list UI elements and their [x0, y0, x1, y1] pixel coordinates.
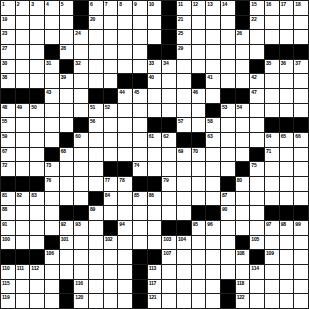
cell-r2c7[interactable]: 20	[89, 16, 103, 30]
cell-r20c11[interactable]: 117	[148, 280, 162, 294]
cell-r14c18[interactable]	[250, 192, 264, 206]
cell-r9c3[interactable]	[30, 118, 44, 132]
cell-r6c13[interactable]	[177, 74, 191, 88]
cell-r4c3[interactable]	[30, 45, 44, 59]
cell-r16c11[interactable]	[148, 221, 162, 235]
cell-r18c19[interactable]: 109	[265, 250, 279, 264]
cell-r3c4[interactable]	[45, 30, 59, 44]
cell-r8c12[interactable]	[162, 104, 176, 118]
cell-r17c6[interactable]	[74, 236, 88, 250]
cell-r21c6[interactable]: 120	[74, 294, 88, 308]
cell-r4c8[interactable]	[104, 45, 118, 59]
cell-r21c1[interactable]: 119	[1, 294, 15, 308]
cell-r21c14[interactable]	[192, 294, 206, 308]
cell-r6c4[interactable]	[45, 74, 59, 88]
cell-r17c7[interactable]	[89, 236, 103, 250]
cell-r5c6[interactable]: 32	[74, 60, 88, 74]
cell-r7c5[interactable]	[60, 89, 74, 103]
cell-r11c21[interactable]	[294, 148, 308, 162]
cell-r19c2[interactable]: 111	[16, 265, 30, 279]
cell-r2c15[interactable]	[206, 16, 220, 30]
cell-r8c13[interactable]	[177, 104, 191, 118]
cell-r13c9[interactable]: 78	[118, 177, 132, 191]
cell-r14c13[interactable]	[177, 192, 191, 206]
cell-r19c13[interactable]	[177, 265, 191, 279]
cell-r6c3[interactable]	[30, 74, 44, 88]
cell-r2c13[interactable]: 21	[177, 16, 191, 30]
cell-r4c10[interactable]	[133, 45, 147, 59]
cell-r7c6[interactable]	[74, 89, 88, 103]
cell-r13c6[interactable]	[74, 177, 88, 191]
cell-r7c15[interactable]	[206, 89, 220, 103]
cell-r3c1[interactable]: 23	[1, 30, 15, 44]
cell-r13c15[interactable]	[206, 177, 220, 191]
cell-r1c13[interactable]: 11	[177, 1, 191, 15]
cell-r12c20[interactable]	[280, 162, 294, 176]
cell-r5c17[interactable]	[236, 60, 250, 74]
cell-r8c18[interactable]	[250, 104, 264, 118]
cell-r12c19[interactable]	[265, 162, 279, 176]
cell-r15c16[interactable]: 90	[221, 206, 235, 220]
cell-r15c10[interactable]	[133, 206, 147, 220]
cell-r12c12[interactable]	[162, 162, 176, 176]
cell-r17c10[interactable]	[133, 236, 147, 250]
cell-r8c11[interactable]	[148, 104, 162, 118]
cell-r21c2[interactable]	[16, 294, 30, 308]
cell-r16c21[interactable]: 99	[294, 221, 308, 235]
cell-r8c16[interactable]: 53	[221, 104, 235, 118]
cell-r8c3[interactable]: 50	[30, 104, 44, 118]
cell-r14c10[interactable]: 85	[133, 192, 147, 206]
cell-r20c20[interactable]	[280, 280, 294, 294]
cell-r16c4[interactable]	[45, 221, 59, 235]
cell-r9c10[interactable]	[133, 118, 147, 132]
cell-r19c15[interactable]	[206, 265, 220, 279]
cell-r13c7[interactable]	[89, 177, 103, 191]
cell-r5c10[interactable]	[133, 60, 147, 74]
cell-r5c3[interactable]	[30, 60, 44, 74]
cell-r7c11[interactable]	[148, 89, 162, 103]
cell-r14c15[interactable]	[206, 192, 220, 206]
cell-r4c18[interactable]	[250, 45, 264, 59]
cell-r11c13[interactable]: 69	[177, 148, 191, 162]
cell-r10c4[interactable]	[45, 133, 59, 147]
cell-r12c4[interactable]: 73	[45, 162, 59, 176]
cell-r13c17[interactable]: 80	[236, 177, 250, 191]
cell-r2c4[interactable]	[45, 16, 59, 30]
cell-r14c8[interactable]: 84	[104, 192, 118, 206]
cell-r8c1[interactable]: 48	[1, 104, 15, 118]
cell-r1c9[interactable]: 8	[118, 1, 132, 15]
cell-r13c14[interactable]	[192, 177, 206, 191]
cell-r15c3[interactable]	[30, 206, 44, 220]
cell-r15c7[interactable]: 89	[89, 206, 103, 220]
cell-r5c11[interactable]: 33	[148, 60, 162, 74]
cell-r3c14[interactable]	[192, 30, 206, 44]
cell-r8c7[interactable]: 51	[89, 104, 103, 118]
cell-r18c14[interactable]	[192, 250, 206, 264]
cell-r11c5[interactable]: 68	[60, 148, 74, 162]
cell-r16c19[interactable]: 97	[265, 221, 279, 235]
cell-r10c19[interactable]: 64	[265, 133, 279, 147]
cell-r12c1[interactable]: 72	[1, 162, 15, 176]
cell-r10c3[interactable]	[30, 133, 44, 147]
cell-r2c16[interactable]	[221, 16, 235, 30]
cell-r18c20[interactable]	[280, 250, 294, 264]
cell-r21c17[interactable]: 122	[236, 294, 250, 308]
cell-r11c17[interactable]	[236, 148, 250, 162]
cell-r9c1[interactable]: 55	[1, 118, 15, 132]
cell-r11c14[interactable]: 70	[192, 148, 206, 162]
cell-r8c10[interactable]	[133, 104, 147, 118]
cell-r6c1[interactable]: 38	[1, 74, 15, 88]
cell-r13c5[interactable]	[60, 177, 74, 191]
cell-r1c15[interactable]: 13	[206, 1, 220, 15]
cell-r7c20[interactable]	[280, 89, 294, 103]
cell-r16c1[interactable]: 91	[1, 221, 15, 235]
cell-r11c3[interactable]	[30, 148, 44, 162]
cell-r21c12[interactable]	[162, 294, 176, 308]
cell-r21c20[interactable]	[280, 294, 294, 308]
cell-r2c3[interactable]	[30, 16, 44, 30]
cell-r17c9[interactable]	[118, 236, 132, 250]
cell-r17c19[interactable]	[265, 236, 279, 250]
cell-r20c13[interactable]	[177, 280, 191, 294]
cell-r1c20[interactable]: 17	[280, 1, 294, 15]
cell-r9c15[interactable]: 58	[206, 118, 220, 132]
cell-r20c12[interactable]	[162, 280, 176, 294]
cell-r10c21[interactable]: 66	[294, 133, 308, 147]
cell-r19c18[interactable]: 114	[250, 265, 264, 279]
cell-r14c3[interactable]: 83	[30, 192, 44, 206]
cell-r21c18[interactable]	[250, 294, 264, 308]
cell-r9c18[interactable]	[250, 118, 264, 132]
cell-r5c8[interactable]	[104, 60, 118, 74]
cell-r12c6[interactable]	[74, 162, 88, 176]
cell-r16c6[interactable]: 93	[74, 221, 88, 235]
cell-r14c6[interactable]	[74, 192, 88, 206]
cell-r4c16[interactable]	[221, 45, 235, 59]
cell-r21c19[interactable]	[265, 294, 279, 308]
cell-r14c9[interactable]	[118, 192, 132, 206]
cell-r19c4[interactable]	[45, 265, 59, 279]
cell-r7c12[interactable]	[162, 89, 176, 103]
cell-r3c3[interactable]	[30, 30, 44, 44]
cell-r21c7[interactable]	[89, 294, 103, 308]
cell-r15c8[interactable]	[104, 206, 118, 220]
cell-r12c14[interactable]	[192, 162, 206, 176]
cell-r3c19[interactable]	[265, 30, 279, 44]
cell-r20c3[interactable]	[30, 280, 44, 294]
cell-r19c11[interactable]: 113	[148, 265, 162, 279]
cell-r3c8[interactable]	[104, 30, 118, 44]
cell-r18c5[interactable]	[60, 250, 74, 264]
cell-r1c10[interactable]: 9	[133, 1, 147, 15]
cell-r1c16[interactable]: 14	[221, 1, 235, 15]
cell-r10c10[interactable]	[133, 133, 147, 147]
cell-r16c18[interactable]	[250, 221, 264, 235]
cell-r12c18[interactable]: 75	[250, 162, 264, 176]
cell-r13c19[interactable]	[265, 177, 279, 191]
cell-r10c2[interactable]	[16, 133, 30, 147]
cell-r16c9[interactable]: 94	[118, 221, 132, 235]
cell-r16c14[interactable]: 95	[192, 221, 206, 235]
cell-r4c6[interactable]	[74, 45, 88, 59]
cell-r5c20[interactable]: 36	[280, 60, 294, 74]
cell-r13c8[interactable]: 77	[104, 177, 118, 191]
cell-r6c2[interactable]	[16, 74, 30, 88]
cell-r10c15[interactable]: 63	[206, 133, 220, 147]
cell-r16c5[interactable]: 92	[60, 221, 74, 235]
cell-r7c14[interactable]: 46	[192, 89, 206, 103]
cell-r6c5[interactable]: 39	[60, 74, 74, 88]
cell-r12c7[interactable]	[89, 162, 103, 176]
cell-r18c12[interactable]: 107	[162, 250, 176, 264]
cell-r6c8[interactable]	[104, 74, 118, 88]
cell-r19c14[interactable]	[192, 265, 206, 279]
cell-r19c20[interactable]	[280, 265, 294, 279]
cell-r16c15[interactable]: 96	[206, 221, 220, 235]
cell-r3c18[interactable]	[250, 30, 264, 44]
cell-r19c16[interactable]	[221, 265, 235, 279]
cell-r6c7[interactable]	[89, 74, 103, 88]
cell-r2c2[interactable]	[16, 16, 30, 30]
cell-r14c12[interactable]	[162, 192, 176, 206]
cell-r12c15[interactable]	[206, 162, 220, 176]
cell-r12c10[interactable]: 74	[133, 162, 147, 176]
cell-r4c9[interactable]	[118, 45, 132, 59]
cell-r5c21[interactable]: 37	[294, 60, 308, 74]
cell-r18c8[interactable]	[104, 250, 118, 264]
cell-r17c2[interactable]	[16, 236, 30, 250]
cell-r1c5[interactable]: 5	[60, 1, 74, 15]
cell-r6c19[interactable]	[265, 74, 279, 88]
cell-r17c1[interactable]: 100	[1, 236, 15, 250]
cell-r2c19[interactable]	[265, 16, 279, 30]
cell-r9c14[interactable]	[192, 118, 206, 132]
cell-r7c19[interactable]	[265, 89, 279, 103]
cell-r15c2[interactable]	[16, 206, 30, 220]
cell-r10c12[interactable]: 62	[162, 133, 176, 147]
cell-r1c8[interactable]: 7	[104, 1, 118, 15]
cell-r17c8[interactable]: 102	[104, 236, 118, 250]
cell-r11c19[interactable]: 71	[265, 148, 279, 162]
cell-r20c14[interactable]	[192, 280, 206, 294]
cell-r2c18[interactable]: 22	[250, 16, 264, 30]
cell-r5c16[interactable]	[221, 60, 235, 74]
cell-r6c12[interactable]	[162, 74, 176, 88]
cell-r3c11[interactable]	[148, 30, 162, 44]
cell-r13c13[interactable]	[177, 177, 191, 191]
cell-r7c21[interactable]	[294, 89, 308, 103]
cell-r1c11[interactable]: 10	[148, 1, 162, 15]
cell-r20c17[interactable]: 118	[236, 280, 250, 294]
cell-r5c1[interactable]: 30	[1, 60, 15, 74]
cell-r11c20[interactable]	[280, 148, 294, 162]
cell-r4c1[interactable]: 27	[1, 45, 15, 59]
cell-r17c11[interactable]	[148, 236, 162, 250]
cell-r19c7[interactable]	[89, 265, 103, 279]
cell-r18c6[interactable]	[74, 250, 88, 264]
cell-r20c7[interactable]	[89, 280, 103, 294]
cell-r1c18[interactable]: 15	[250, 1, 264, 15]
cell-r5c7[interactable]	[89, 60, 103, 74]
cell-r12c5[interactable]	[60, 162, 74, 176]
cell-r8c19[interactable]	[265, 104, 279, 118]
cell-r11c16[interactable]	[221, 148, 235, 162]
cell-r4c13[interactable]: 29	[177, 45, 191, 59]
cell-r16c17[interactable]	[236, 221, 250, 235]
cell-r19c19[interactable]	[265, 265, 279, 279]
cell-r16c7[interactable]	[89, 221, 103, 235]
cell-r12c16[interactable]	[221, 162, 235, 176]
cell-r14c16[interactable]: 87	[221, 192, 235, 206]
cell-r4c5[interactable]: 28	[60, 45, 74, 59]
cell-r17c3[interactable]	[30, 236, 44, 250]
cell-r12c21[interactable]	[294, 162, 308, 176]
cell-r17c15[interactable]	[206, 236, 220, 250]
cell-r8c5[interactable]	[60, 104, 74, 118]
cell-r20c21[interactable]	[294, 280, 308, 294]
cell-r9c16[interactable]	[221, 118, 235, 132]
cell-r8c20[interactable]	[280, 104, 294, 118]
cell-r18c13[interactable]	[177, 250, 191, 264]
cell-r21c8[interactable]	[104, 294, 118, 308]
cell-r3c10[interactable]	[133, 30, 147, 44]
cell-r1c7[interactable]: 6	[89, 1, 103, 15]
cell-r1c21[interactable]: 18	[294, 1, 308, 15]
cell-r16c2[interactable]	[16, 221, 30, 235]
cell-r11c9[interactable]	[118, 148, 132, 162]
cell-r5c4[interactable]: 31	[45, 60, 59, 74]
cell-r8c21[interactable]	[294, 104, 308, 118]
cell-r17c18[interactable]: 105	[250, 236, 264, 250]
cell-r2c21[interactable]	[294, 16, 308, 30]
cell-r18c7[interactable]	[89, 250, 103, 264]
cell-r3c21[interactable]	[294, 30, 308, 44]
cell-r7c18[interactable]: 47	[250, 89, 264, 103]
cell-r17c13[interactable]: 104	[177, 236, 191, 250]
cell-r2c10[interactable]	[133, 16, 147, 30]
cell-r9c13[interactable]: 57	[177, 118, 191, 132]
cell-r8c6[interactable]	[74, 104, 88, 118]
cell-r5c2[interactable]	[16, 60, 30, 74]
cell-r3c2[interactable]	[16, 30, 30, 44]
cell-r20c15[interactable]	[206, 280, 220, 294]
cell-r19c5[interactable]	[60, 265, 74, 279]
cell-r17c12[interactable]: 103	[162, 236, 176, 250]
cell-r15c1[interactable]: 88	[1, 206, 15, 220]
cell-r7c9[interactable]: 44	[118, 89, 132, 103]
cell-r18c21[interactable]	[294, 250, 308, 264]
cell-r13c12[interactable]: 79	[162, 177, 176, 191]
cell-r17c21[interactable]	[294, 236, 308, 250]
cell-r9c4[interactable]	[45, 118, 59, 132]
cell-r16c16[interactable]	[221, 221, 235, 235]
cell-r3c15[interactable]	[206, 30, 220, 44]
cell-r20c4[interactable]	[45, 280, 59, 294]
cell-r1c3[interactable]: 3	[30, 1, 44, 15]
cell-r3c20[interactable]	[280, 30, 294, 44]
cell-r7c13[interactable]	[177, 89, 191, 103]
cell-r1c1[interactable]: 1	[1, 1, 15, 15]
cell-r20c1[interactable]: 115	[1, 280, 15, 294]
cell-r10c18[interactable]	[250, 133, 264, 147]
cell-r11c15[interactable]	[206, 148, 220, 162]
cell-r5c14[interactable]	[192, 60, 206, 74]
cell-r19c9[interactable]	[118, 265, 132, 279]
cell-r4c7[interactable]	[89, 45, 103, 59]
cell-r18c15[interactable]	[206, 250, 220, 264]
cell-r6c18[interactable]: 42	[250, 74, 264, 88]
cell-r6c20[interactable]	[280, 74, 294, 88]
cell-r2c11[interactable]	[148, 16, 162, 30]
cell-r10c17[interactable]	[236, 133, 250, 147]
cell-r2c5[interactable]	[60, 16, 74, 30]
cell-r19c17[interactable]	[236, 265, 250, 279]
cell-r20c6[interactable]: 116	[74, 280, 88, 294]
cell-r4c15[interactable]	[206, 45, 220, 59]
cell-r16c20[interactable]: 98	[280, 221, 294, 235]
cell-r17c20[interactable]	[280, 236, 294, 250]
cell-r3c7[interactable]	[89, 30, 103, 44]
cell-r4c17[interactable]	[236, 45, 250, 59]
cell-r1c2[interactable]: 2	[16, 1, 30, 15]
cell-r19c8[interactable]	[104, 265, 118, 279]
cell-r7c4[interactable]: 43	[45, 89, 59, 103]
cell-r20c9[interactable]	[118, 280, 132, 294]
cell-r13c21[interactable]	[294, 177, 308, 191]
cell-r8c14[interactable]	[192, 104, 206, 118]
cell-r19c3[interactable]: 112	[30, 265, 44, 279]
cell-r12c2[interactable]	[16, 162, 30, 176]
cell-r19c12[interactable]	[162, 265, 176, 279]
cell-r1c4[interactable]: 4	[45, 1, 59, 15]
cell-r21c13[interactable]	[177, 294, 191, 308]
cell-r2c8[interactable]	[104, 16, 118, 30]
cell-r18c9[interactable]	[118, 250, 132, 264]
cell-r16c10[interactable]	[133, 221, 147, 235]
cell-r14c5[interactable]	[60, 192, 74, 206]
cell-r20c18[interactable]	[250, 280, 264, 294]
cell-r2c1[interactable]: 19	[1, 16, 15, 30]
cell-r3c9[interactable]	[118, 30, 132, 44]
cell-r4c14[interactable]	[192, 45, 206, 59]
cell-r11c12[interactable]	[162, 148, 176, 162]
cell-r11c10[interactable]	[133, 148, 147, 162]
cell-r11c6[interactable]	[74, 148, 88, 162]
cell-r2c14[interactable]	[192, 16, 206, 30]
cell-r19c21[interactable]	[294, 265, 308, 279]
cell-r6c17[interactable]	[236, 74, 250, 88]
cell-r13c20[interactable]	[280, 177, 294, 191]
cell-r15c11[interactable]	[148, 206, 162, 220]
cell-r14c14[interactable]	[192, 192, 206, 206]
cell-r14c11[interactable]: 86	[148, 192, 162, 206]
cell-r10c6[interactable]: 60	[74, 133, 88, 147]
cell-r14c17[interactable]	[236, 192, 250, 206]
cell-r15c18[interactable]	[250, 206, 264, 220]
cell-r20c8[interactable]	[104, 280, 118, 294]
cell-r19c1[interactable]: 110	[1, 265, 15, 279]
cell-r16c3[interactable]	[30, 221, 44, 235]
cell-r8c17[interactable]: 54	[236, 104, 250, 118]
cell-r1c14[interactable]: 12	[192, 1, 206, 15]
cell-r7c10[interactable]: 45	[133, 89, 147, 103]
cell-r6c11[interactable]: 40	[148, 74, 162, 88]
cell-r3c5[interactable]	[60, 30, 74, 44]
cell-r10c20[interactable]: 65	[280, 133, 294, 147]
